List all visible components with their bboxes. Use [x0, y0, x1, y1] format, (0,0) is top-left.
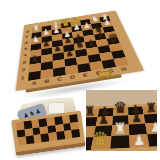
- chess-piece-Q-h4: ♛: [107, 32, 120, 45]
- board-square: [71, 129, 80, 138]
- brass-clasp-icon: [98, 70, 112, 78]
- chess-piece-P-a3: ♟: [28, 51, 42, 65]
- closeup-inset-photo: ♜♟♛♟♜♞♟♟♟♟♜♟♛♟♜ GF 87: [86, 90, 157, 151]
- chess-piece-R-r2c2: ♜: [110, 117, 129, 136]
- folded-box-inset-photo: ♟♞♟: [13, 99, 87, 157]
- chess-set-product-photo: ♜♝♛♚♞♜♟♟♟♟♟♟♟♞♟♟♝♟♟♞♟♛♟♟ ABCDEFGH 876543…: [0, 0, 160, 160]
- file-label: H: [117, 66, 132, 74]
- box-checker-grid: [16, 114, 81, 145]
- folded-box: ♟♞♟: [9, 93, 90, 160]
- rank-label: 1: [18, 73, 28, 83]
- chess-board: ♜♝♛♚♞♜♟♟♟♟♟♟♟♞♟♟♝♟♟♞♟♛♟♟ ABCDEFGH 876543…: [16, 11, 145, 91]
- closeup-chess-board: ♜♟♛♟♜♞♟♟♟♟♜♟♛♟♜ GF 87: [86, 102, 157, 151]
- closeup-board-photo: ♜♟♛♟♜♞♟♟♟♟♜♟♛♟♜ GF 87: [86, 90, 157, 151]
- bagged-piece: ♟: [35, 108, 42, 115]
- file-label: D: [66, 74, 80, 82]
- file-label: A: [28, 80, 41, 89]
- chess-piece-R-r0c4: ♜: [143, 98, 157, 114]
- chess-piece-Q-r0c2: ♛: [112, 100, 128, 116]
- chess-piece-P-f4: ♟: [84, 36, 97, 49]
- closeup-perspective-scene: ♜♟♛♟♜♞♟♟♟♟♜♟♛♟♜ GF 87: [86, 90, 157, 151]
- chess-piece-P-d3: ♟: [63, 46, 77, 60]
- closeup-pieces-layer: ♜♟♛♟♜♞♟♟♟♟♜♟♛♟♜: [86, 105, 157, 151]
- file-label: B: [41, 78, 54, 87]
- chess-piece-P-r3c3: ♟: [129, 127, 150, 148]
- chess-piece-P-f7: ♟: [81, 19, 93, 31]
- chess-piece-P-r1c3: ♟: [128, 107, 145, 124]
- file-label: C: [53, 76, 66, 84]
- chess-piece-Q-r3c1: ♛: [90, 129, 111, 150]
